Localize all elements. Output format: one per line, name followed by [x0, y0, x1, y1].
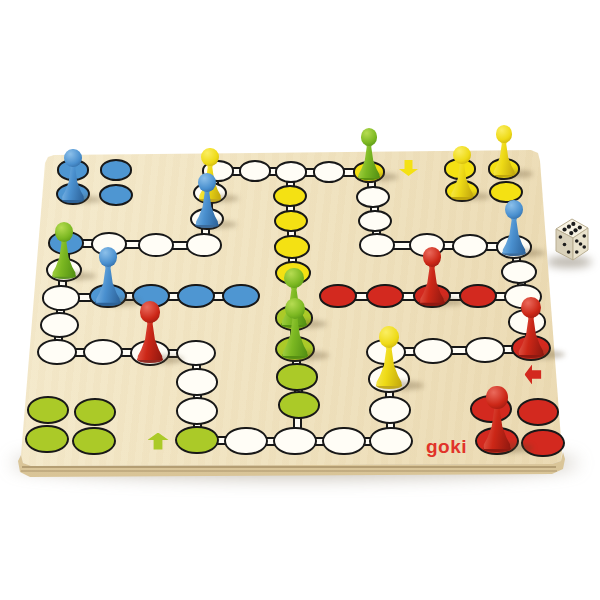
pawn-body [372, 342, 406, 386]
goal-cell-red-3[interactable] [366, 284, 404, 309]
track-cell-16[interactable] [369, 427, 413, 456]
home-cell-green-1[interactable] [74, 398, 116, 426]
pawn-head [521, 297, 541, 318]
die-pip [575, 250, 579, 254]
goal-cell-blue-3[interactable] [177, 284, 215, 309]
track-cell-32[interactable] [138, 233, 174, 257]
pawn-blue[interactable] [59, 149, 88, 200]
brand-logo: goki [426, 436, 467, 458]
pawn-body [490, 138, 518, 175]
home-cell-blue-1[interactable] [100, 159, 133, 181]
pawn-body [448, 159, 477, 197]
die-pip [567, 250, 571, 254]
track-cell-15[interactable] [369, 396, 411, 424]
pawn-body [92, 261, 123, 302]
track-cell-37[interactable] [239, 160, 272, 182]
pawn-head [64, 149, 81, 167]
pawn-head [361, 128, 378, 146]
pawn-blue[interactable] [192, 173, 221, 225]
track-cell-23[interactable] [176, 340, 216, 366]
die-pip [569, 231, 573, 235]
pawn-yellow[interactable] [448, 146, 477, 197]
home-cell-green-0[interactable] [27, 396, 69, 424]
goal-cell-yellow-3[interactable] [274, 235, 310, 259]
pawn-green[interactable] [49, 222, 80, 277]
track-cell-27[interactable] [40, 312, 79, 338]
pawn-red[interactable] [515, 297, 548, 356]
start-cell-green-20[interactable] [175, 426, 219, 455]
die-pip [567, 225, 571, 229]
product-photo: goki [0, 0, 600, 600]
track-cell-19[interactable] [224, 427, 268, 456]
pawn-head [453, 146, 470, 164]
pawn-head [55, 222, 73, 242]
die-pip [562, 227, 566, 231]
die-pip [575, 239, 579, 243]
pawn-body [192, 187, 221, 226]
pawn-head [423, 247, 442, 267]
pawn-blue[interactable] [499, 200, 529, 254]
home-cell-red-3[interactable] [521, 429, 565, 458]
pawn-body [59, 162, 88, 200]
pawn-body [499, 214, 529, 254]
pawn-red[interactable] [416, 247, 447, 303]
pawn-head [198, 173, 216, 192]
track-cell-17[interactable] [322, 427, 366, 456]
pawn-head [496, 125, 513, 143]
pawn-body [49, 236, 80, 277]
pawn-head [379, 326, 399, 348]
pawn-body [355, 141, 383, 178]
home-cell-green-2[interactable] [25, 425, 69, 454]
home-cell-blue-3[interactable] [99, 184, 133, 206]
goal-cell-yellow-1[interactable] [273, 185, 307, 207]
pawn-body [279, 313, 312, 356]
pawn-green[interactable] [355, 128, 383, 178]
die-pip [571, 222, 575, 226]
die-pip [579, 242, 583, 246]
pawn-red[interactable] [134, 301, 167, 360]
pawn-head [201, 148, 218, 166]
die-pip [582, 245, 586, 249]
track-cell-21[interactable] [176, 397, 218, 425]
pawn-green[interactable] [279, 298, 312, 357]
pawn-blue[interactable] [92, 247, 123, 303]
goal-cell-blue-4[interactable] [222, 284, 260, 309]
pawn-head [99, 247, 118, 267]
pawn-body [134, 317, 167, 360]
die[interactable] [551, 214, 593, 266]
home-cell-green-3[interactable] [72, 427, 116, 456]
pawn-body [416, 261, 447, 302]
pawn-head [284, 268, 303, 289]
pawn-yellow[interactable] [490, 125, 518, 175]
die-pip [573, 228, 577, 232]
track-cell-39[interactable] [313, 161, 346, 183]
track-cell-12[interactable] [413, 338, 453, 364]
pawn-red[interactable] [479, 386, 514, 449]
goal-cell-green-2[interactable] [276, 363, 317, 390]
track-cell-18[interactable] [273, 427, 317, 456]
pawn-head [140, 301, 160, 322]
pawn-head [505, 200, 523, 219]
goal-cell-green-1[interactable] [278, 391, 320, 419]
track-cell-28[interactable] [42, 285, 80, 310]
track-cell-11[interactable] [465, 337, 505, 363]
pawn-body [479, 402, 514, 449]
track-cell-25[interactable] [83, 339, 123, 365]
die-pip [582, 234, 586, 238]
track-cell-26[interactable] [37, 339, 77, 365]
track-cell-3[interactable] [359, 233, 395, 257]
track-cell-5[interactable] [452, 234, 488, 258]
track-cell-33[interactable] [186, 233, 222, 257]
pawn-head [285, 298, 305, 319]
die-pip [563, 243, 567, 247]
pawn-body [515, 312, 548, 355]
die-pip [578, 225, 582, 229]
track-cell-38[interactable] [275, 161, 308, 183]
pawn-head [486, 386, 507, 409]
track-cell-22[interactable] [176, 368, 217, 395]
goal-cell-red-1[interactable] [459, 284, 497, 309]
home-cell-red-1[interactable] [517, 398, 559, 426]
die-pip [559, 235, 563, 239]
track-cell-1[interactable] [356, 186, 390, 208]
pawn-yellow[interactable] [372, 326, 406, 386]
goal-cell-red-4[interactable] [319, 284, 357, 309]
